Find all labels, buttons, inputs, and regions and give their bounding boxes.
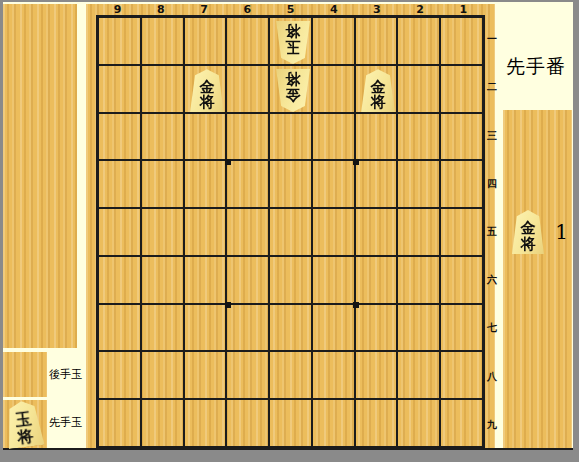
board-cell[interactable] — [312, 351, 355, 399]
board-cell[interactable] — [184, 304, 227, 352]
board-cell[interactable] — [440, 65, 483, 113]
board-cell[interactable] — [269, 113, 312, 161]
board-cell[interactable] — [184, 113, 227, 161]
board-cell[interactable] — [98, 208, 141, 256]
board-cell[interactable] — [440, 160, 483, 208]
board-cell[interactable] — [141, 399, 184, 447]
board-cell[interactable] — [141, 304, 184, 352]
board-cell[interactable] — [184, 160, 227, 208]
file-label: 8 — [139, 4, 182, 15]
board-cell[interactable] — [226, 113, 269, 161]
file-label: 6 — [226, 4, 269, 15]
star-point — [353, 302, 359, 308]
rank-label: 九 — [486, 401, 498, 449]
file-label: 1 — [442, 4, 485, 15]
rank-label: 三 — [486, 111, 498, 159]
board-cell[interactable] — [98, 399, 141, 447]
sente-king-label: 先手玉 — [49, 417, 89, 429]
file-label: 4 — [312, 4, 355, 15]
board-cell[interactable] — [98, 304, 141, 352]
board-cell[interactable] — [226, 160, 269, 208]
board-cell[interactable] — [355, 113, 398, 161]
board-cell[interactable] — [269, 208, 312, 256]
rank-label: 七 — [486, 304, 498, 352]
rank-labels: 一 二 三 四 五 六 七 八 九 — [486, 15, 498, 449]
board-cell[interactable] — [269, 351, 312, 399]
board-cell[interactable] — [312, 113, 355, 161]
board-cell[interactable] — [355, 399, 398, 447]
star-point — [225, 302, 231, 308]
board-cell[interactable] — [312, 304, 355, 352]
file-label: 5 — [269, 4, 312, 15]
file-label: 3 — [355, 4, 398, 15]
file-label: 2 — [399, 4, 442, 15]
board-cell[interactable] — [184, 17, 227, 65]
board-cell[interactable] — [269, 160, 312, 208]
board-cell[interactable] — [440, 113, 483, 161]
shogi-app-window: 後手玉 玉将 先手玉 9 8 7 6 5 4 3 2 1 玉将金将金将金将 一 … — [0, 0, 579, 462]
sente-king-slot[interactable]: 玉将 — [3, 400, 47, 448]
board-cell[interactable] — [98, 65, 141, 113]
board-cell[interactable] — [141, 351, 184, 399]
sente-piece-玉将[interactable]: 玉将 — [2, 399, 45, 449]
board-cell[interactable] — [226, 208, 269, 256]
board-cell[interactable] — [312, 399, 355, 447]
rank-label: 二 — [486, 63, 498, 111]
board-cell[interactable] — [440, 256, 483, 304]
board-cell[interactable] — [440, 351, 483, 399]
gote-piece-stand[interactable] — [3, 4, 77, 348]
board-cell[interactable] — [312, 17, 355, 65]
board-cell[interactable] — [355, 351, 398, 399]
star-point — [225, 159, 231, 165]
board-cell[interactable] — [184, 351, 227, 399]
board-cell[interactable] — [184, 208, 227, 256]
file-label: 9 — [96, 4, 139, 15]
rank-label: 六 — [486, 256, 498, 304]
board-cell[interactable] — [98, 256, 141, 304]
board-cell[interactable] — [226, 351, 269, 399]
board-cell[interactable] — [397, 399, 440, 447]
board-grid: 玉将金将金将金将 — [96, 15, 485, 449]
board-cell[interactable] — [355, 304, 398, 352]
board-cell[interactable] — [397, 256, 440, 304]
board-cell[interactable] — [355, 208, 398, 256]
board-cell[interactable] — [141, 113, 184, 161]
shogi-board: 9 8 7 6 5 4 3 2 1 玉将金将金将金将 一 二 三 四 五 六 七… — [86, 4, 495, 448]
board-cell[interactable] — [141, 208, 184, 256]
board-cell[interactable] — [397, 304, 440, 352]
board-cell[interactable] — [440, 304, 483, 352]
board-cell[interactable] — [226, 304, 269, 352]
rank-label: 五 — [486, 208, 498, 256]
board-cell[interactable] — [397, 351, 440, 399]
hand-piece-count: 1 — [555, 220, 568, 244]
board-cell[interactable] — [440, 17, 483, 65]
board-cell[interactable] — [312, 65, 355, 113]
rank-label: 四 — [486, 160, 498, 208]
board-cell[interactable] — [184, 256, 227, 304]
board-cell[interactable] — [141, 17, 184, 65]
rank-label: 八 — [486, 353, 498, 401]
board-cell[interactable] — [98, 17, 141, 65]
board-cell[interactable] — [397, 208, 440, 256]
board-cell[interactable] — [98, 351, 141, 399]
board-cell[interactable] — [397, 17, 440, 65]
board-cell[interactable] — [226, 399, 269, 447]
board-cell[interactable] — [397, 113, 440, 161]
star-point — [353, 159, 359, 165]
board-cell[interactable] — [141, 160, 184, 208]
board-cell[interactable] — [312, 160, 355, 208]
board-cell[interactable] — [312, 256, 355, 304]
board-cell[interactable] — [397, 65, 440, 113]
board-cell[interactable] — [312, 208, 355, 256]
board-cell[interactable] — [269, 304, 312, 352]
board-cell[interactable] — [141, 256, 184, 304]
board-cell[interactable] — [440, 399, 483, 447]
gote-king-label: 後手玉 — [49, 369, 89, 381]
board-cell[interactable] — [141, 65, 184, 113]
board-cell[interactable] — [397, 160, 440, 208]
board-cell[interactable] — [226, 256, 269, 304]
board-cell[interactable] — [440, 208, 483, 256]
gote-king-slot[interactable] — [3, 352, 47, 397]
board-cell[interactable] — [355, 17, 398, 65]
turn-indicator: 先手番 — [506, 56, 566, 76]
board-cell[interactable] — [98, 113, 141, 161]
board-cell[interactable] — [226, 65, 269, 113]
board-cell[interactable] — [355, 256, 398, 304]
board-cell[interactable] — [226, 17, 269, 65]
board-cell[interactable] — [184, 399, 227, 447]
board-cell[interactable] — [269, 256, 312, 304]
board-cell[interactable] — [98, 160, 141, 208]
sente-piece-金将[interactable]: 金将 — [511, 210, 545, 254]
board-cell[interactable] — [355, 160, 398, 208]
file-labels: 9 8 7 6 5 4 3 2 1 — [96, 4, 485, 15]
board-cell[interactable] — [269, 399, 312, 447]
file-label: 7 — [182, 4, 225, 15]
rank-label: 一 — [486, 15, 498, 63]
sente-piece-stand[interactable]: 1 金将 — [503, 110, 572, 448]
